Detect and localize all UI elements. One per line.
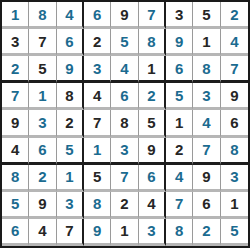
- cell-r7c1[interactable]: 8: [2, 165, 29, 192]
- cell-r2c5[interactable]: 5: [111, 29, 138, 56]
- cell-r2c2[interactable]: 7: [29, 29, 56, 56]
- cell-r7c5[interactable]: 7: [111, 165, 138, 192]
- cell-r1c1[interactable]: 1: [2, 2, 29, 29]
- cell-r8c8[interactable]: 6: [193, 192, 220, 219]
- cell-r7c9[interactable]: 3: [221, 165, 248, 192]
- cell-r2c4[interactable]: 2: [84, 29, 111, 56]
- cell-r6c8[interactable]: 7: [193, 138, 220, 165]
- cell-r8c1[interactable]: 5: [2, 192, 29, 219]
- cell-r8c9[interactable]: 1: [221, 192, 248, 219]
- cell-r8c5[interactable]: 2: [111, 192, 138, 219]
- cell-r1c7[interactable]: 3: [166, 2, 193, 29]
- cell-r3c3[interactable]: 9: [57, 56, 84, 83]
- cell-r4c8[interactable]: 3: [193, 83, 220, 110]
- cell-r7c6[interactable]: 6: [139, 165, 166, 192]
- cell-r8c6[interactable]: 4: [139, 192, 166, 219]
- cell-r4c7[interactable]: 5: [166, 83, 193, 110]
- cell-r5c3[interactable]: 2: [57, 110, 84, 137]
- cell-r6c7[interactable]: 2: [166, 138, 193, 165]
- cell-r9c9[interactable]: 5: [221, 219, 248, 246]
- cell-r9c6[interactable]: 3: [139, 219, 166, 246]
- cell-r2c8[interactable]: 1: [193, 29, 220, 56]
- cell-r8c3[interactable]: 3: [57, 192, 84, 219]
- cell-r7c8[interactable]: 9: [193, 165, 220, 192]
- cell-r6c6[interactable]: 9: [139, 138, 166, 165]
- cell-r5c5[interactable]: 8: [111, 110, 138, 137]
- cell-r1c4[interactable]: 6: [84, 2, 111, 29]
- cell-r2c1[interactable]: 3: [2, 29, 29, 56]
- cell-r5c6[interactable]: 5: [139, 110, 166, 137]
- cell-r9c7[interactable]: 8: [166, 219, 193, 246]
- cell-r7c7[interactable]: 4: [166, 165, 193, 192]
- cell-r6c1[interactable]: 4: [2, 138, 29, 165]
- cell-r1c2[interactable]: 8: [29, 2, 56, 29]
- cell-r8c7[interactable]: 7: [166, 192, 193, 219]
- cell-r7c3[interactable]: 1: [57, 165, 84, 192]
- cell-r3c6[interactable]: 1: [139, 56, 166, 83]
- cell-r6c9[interactable]: 8: [221, 138, 248, 165]
- sudoku-board: 1846973523762589142593416877184625399327…: [0, 0, 250, 248]
- cell-r6c2[interactable]: 6: [29, 138, 56, 165]
- cell-r5c8[interactable]: 4: [193, 110, 220, 137]
- cell-r6c4[interactable]: 1: [84, 138, 111, 165]
- cell-r4c5[interactable]: 6: [111, 83, 138, 110]
- cell-r6c5[interactable]: 3: [111, 138, 138, 165]
- cell-r9c4[interactable]: 9: [84, 219, 111, 246]
- cell-r2c6[interactable]: 8: [139, 29, 166, 56]
- cell-r9c8[interactable]: 2: [193, 219, 220, 246]
- cell-r9c2[interactable]: 4: [29, 219, 56, 246]
- cell-r1c3[interactable]: 4: [57, 2, 84, 29]
- cell-r4c4[interactable]: 4: [84, 83, 111, 110]
- cell-r9c1[interactable]: 6: [2, 219, 29, 246]
- cell-r8c4[interactable]: 8: [84, 192, 111, 219]
- cell-r2c9[interactable]: 4: [221, 29, 248, 56]
- cell-r9c5[interactable]: 1: [111, 219, 138, 246]
- cell-r2c3[interactable]: 6: [57, 29, 84, 56]
- cell-r3c2[interactable]: 5: [29, 56, 56, 83]
- cell-r5c7[interactable]: 1: [166, 110, 193, 137]
- cell-r3c9[interactable]: 7: [221, 56, 248, 83]
- cell-r5c9[interactable]: 6: [221, 110, 248, 137]
- cell-r5c4[interactable]: 7: [84, 110, 111, 137]
- cell-r6c3[interactable]: 5: [57, 138, 84, 165]
- cell-r1c8[interactable]: 5: [193, 2, 220, 29]
- cell-r9c3[interactable]: 7: [57, 219, 84, 246]
- cell-r4c2[interactable]: 1: [29, 83, 56, 110]
- cell-r3c5[interactable]: 4: [111, 56, 138, 83]
- cell-r7c4[interactable]: 5: [84, 165, 111, 192]
- cell-r3c8[interactable]: 8: [193, 56, 220, 83]
- cell-r3c1[interactable]: 2: [2, 56, 29, 83]
- cell-r3c7[interactable]: 6: [166, 56, 193, 83]
- cell-r4c3[interactable]: 8: [57, 83, 84, 110]
- cell-r8c2[interactable]: 9: [29, 192, 56, 219]
- cell-r4c6[interactable]: 2: [139, 83, 166, 110]
- cell-r7c2[interactable]: 2: [29, 165, 56, 192]
- cell-r5c1[interactable]: 9: [2, 110, 29, 137]
- cell-r2c7[interactable]: 9: [166, 29, 193, 56]
- cell-r4c1[interactable]: 7: [2, 83, 29, 110]
- cell-r1c9[interactable]: 2: [221, 2, 248, 29]
- cell-r1c5[interactable]: 9: [111, 2, 138, 29]
- cell-r1c6[interactable]: 7: [139, 2, 166, 29]
- cell-r4c9[interactable]: 9: [221, 83, 248, 110]
- cell-r3c4[interactable]: 3: [84, 56, 111, 83]
- cell-r5c2[interactable]: 3: [29, 110, 56, 137]
